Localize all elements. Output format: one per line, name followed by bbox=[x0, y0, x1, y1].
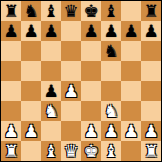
square-d1[interactable]: ♛ bbox=[61, 141, 81, 161]
square-c3[interactable]: ♞ bbox=[41, 101, 61, 121]
square-h3[interactable] bbox=[141, 101, 161, 121]
black-pawn[interactable]: ♟ bbox=[123, 21, 138, 41]
black-knight[interactable]: ♞ bbox=[103, 41, 118, 61]
square-c7[interactable]: ♟ bbox=[41, 21, 61, 41]
black-knight[interactable]: ♞ bbox=[23, 1, 38, 21]
square-e6[interactable] bbox=[81, 41, 101, 61]
black-pawn[interactable]: ♟ bbox=[43, 21, 58, 41]
square-g6[interactable] bbox=[121, 41, 141, 61]
square-d7[interactable] bbox=[61, 21, 81, 41]
black-pawn[interactable]: ♟ bbox=[43, 81, 58, 101]
square-e4[interactable] bbox=[81, 81, 101, 101]
square-d3[interactable] bbox=[61, 101, 81, 121]
square-g3[interactable] bbox=[121, 101, 141, 121]
black-pawn[interactable]: ♟ bbox=[103, 21, 118, 41]
square-e1[interactable]: ♚ bbox=[81, 141, 101, 161]
square-b6[interactable] bbox=[21, 41, 41, 61]
square-d4[interactable]: ♟ bbox=[61, 81, 81, 101]
black-king[interactable]: ♚ bbox=[83, 1, 98, 21]
square-e8[interactable]: ♚ bbox=[81, 1, 101, 21]
square-e3[interactable] bbox=[81, 101, 101, 121]
black-bishop[interactable]: ♝ bbox=[43, 1, 58, 21]
square-g5[interactable] bbox=[121, 61, 141, 81]
white-knight[interactable]: ♞ bbox=[43, 101, 58, 121]
square-f3[interactable]: ♞ bbox=[101, 101, 121, 121]
square-c1[interactable]: ♝ bbox=[41, 141, 61, 161]
square-e2[interactable]: ♟ bbox=[81, 121, 101, 141]
square-e5[interactable] bbox=[81, 61, 101, 81]
white-pawn[interactable]: ♟ bbox=[123, 121, 138, 141]
white-knight[interactable]: ♞ bbox=[103, 101, 118, 121]
square-f7[interactable]: ♟ bbox=[101, 21, 121, 41]
white-pawn[interactable]: ♟ bbox=[83, 121, 98, 141]
square-a8[interactable]: ♜ bbox=[1, 1, 21, 21]
square-d2[interactable] bbox=[61, 121, 81, 141]
white-pawn[interactable]: ♟ bbox=[3, 121, 18, 141]
square-g7[interactable]: ♟ bbox=[121, 21, 141, 41]
square-a4[interactable] bbox=[1, 81, 21, 101]
square-h1[interactable]: ♜ bbox=[141, 141, 161, 161]
square-a6[interactable] bbox=[1, 41, 21, 61]
white-bishop[interactable]: ♝ bbox=[43, 141, 58, 161]
square-c6[interactable] bbox=[41, 41, 61, 61]
white-pawn[interactable]: ♟ bbox=[103, 121, 118, 141]
square-d8[interactable]: ♛ bbox=[61, 1, 81, 21]
board-frame: ♜♞♝♛♚♝♜♟♟♟♟♟♟♟♞♟♟♞♞♟♟♟♟♟♟♜♝♛♚♝♜ bbox=[0, 0, 162, 162]
square-h7[interactable]: ♟ bbox=[141, 21, 161, 41]
white-pawn[interactable]: ♟ bbox=[63, 81, 78, 101]
black-rook[interactable]: ♜ bbox=[3, 1, 18, 21]
black-pawn[interactable]: ♟ bbox=[143, 21, 158, 41]
square-b8[interactable]: ♞ bbox=[21, 1, 41, 21]
square-b2[interactable]: ♟ bbox=[21, 121, 41, 141]
square-c2[interactable] bbox=[41, 121, 61, 141]
square-f2[interactable]: ♟ bbox=[101, 121, 121, 141]
square-h5[interactable] bbox=[141, 61, 161, 81]
square-a5[interactable] bbox=[1, 61, 21, 81]
square-f1[interactable]: ♝ bbox=[101, 141, 121, 161]
square-e7[interactable]: ♟ bbox=[81, 21, 101, 41]
square-g1[interactable] bbox=[121, 141, 141, 161]
black-pawn[interactable]: ♟ bbox=[3, 21, 18, 41]
black-queen[interactable]: ♛ bbox=[63, 1, 78, 21]
square-b5[interactable] bbox=[21, 61, 41, 81]
white-bishop[interactable]: ♝ bbox=[103, 141, 118, 161]
square-g8[interactable] bbox=[121, 1, 141, 21]
square-c4[interactable]: ♟ bbox=[41, 81, 61, 101]
square-a2[interactable]: ♟ bbox=[1, 121, 21, 141]
white-rook[interactable]: ♜ bbox=[143, 141, 158, 161]
square-a7[interactable]: ♟ bbox=[1, 21, 21, 41]
black-pawn[interactable]: ♟ bbox=[23, 21, 38, 41]
square-a1[interactable]: ♜ bbox=[1, 141, 21, 161]
square-h8[interactable]: ♜ bbox=[141, 1, 161, 21]
white-pawn[interactable]: ♟ bbox=[143, 121, 158, 141]
black-rook[interactable]: ♜ bbox=[143, 1, 158, 21]
square-f6[interactable]: ♞ bbox=[101, 41, 121, 61]
square-g4[interactable] bbox=[121, 81, 141, 101]
square-a3[interactable] bbox=[1, 101, 21, 121]
chess-board: ♜♞♝♛♚♝♜♟♟♟♟♟♟♟♞♟♟♞♞♟♟♟♟♟♟♜♝♛♚♝♜ bbox=[1, 1, 161, 161]
square-c8[interactable]: ♝ bbox=[41, 1, 61, 21]
square-d5[interactable] bbox=[61, 61, 81, 81]
black-pawn[interactable]: ♟ bbox=[83, 21, 98, 41]
square-f8[interactable]: ♝ bbox=[101, 1, 121, 21]
square-h6[interactable] bbox=[141, 41, 161, 61]
square-b1[interactable] bbox=[21, 141, 41, 161]
square-d6[interactable] bbox=[61, 41, 81, 61]
white-king[interactable]: ♚ bbox=[83, 141, 98, 161]
square-h2[interactable]: ♟ bbox=[141, 121, 161, 141]
white-rook[interactable]: ♜ bbox=[3, 141, 18, 161]
square-f5[interactable] bbox=[101, 61, 121, 81]
square-c5[interactable] bbox=[41, 61, 61, 81]
white-pawn[interactable]: ♟ bbox=[23, 121, 38, 141]
square-h4[interactable] bbox=[141, 81, 161, 101]
square-b4[interactable] bbox=[21, 81, 41, 101]
black-bishop[interactable]: ♝ bbox=[103, 1, 118, 21]
square-g2[interactable]: ♟ bbox=[121, 121, 141, 141]
square-f4[interactable] bbox=[101, 81, 121, 101]
white-queen[interactable]: ♛ bbox=[63, 141, 78, 161]
square-b7[interactable]: ♟ bbox=[21, 21, 41, 41]
square-b3[interactable] bbox=[21, 101, 41, 121]
